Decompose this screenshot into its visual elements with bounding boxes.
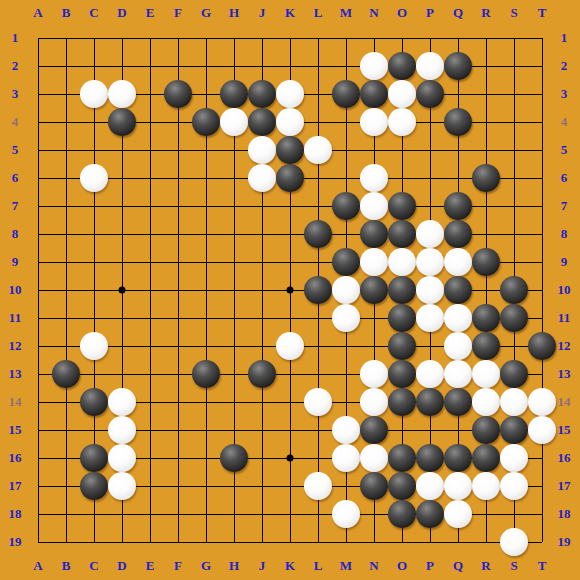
black-stone-M9[interactable]	[332, 248, 360, 276]
white-stone-P2[interactable]	[416, 52, 444, 80]
black-stone-C17[interactable]	[80, 472, 108, 500]
row-label-right-17: 17	[558, 478, 571, 494]
white-stone-T14[interactable]	[528, 388, 556, 416]
black-stone-N10[interactable]	[360, 276, 388, 304]
star-point-K10	[287, 287, 294, 294]
black-stone-T12[interactable]	[528, 332, 556, 360]
black-stone-R12[interactable]	[472, 332, 500, 360]
white-stone-S16[interactable]	[500, 444, 528, 472]
col-label-top-O: O	[397, 5, 407, 21]
white-stone-K3[interactable]	[276, 80, 304, 108]
white-stone-R13[interactable]	[472, 360, 500, 388]
black-stone-O7[interactable]	[388, 192, 416, 220]
row-label-right-7: 7	[561, 198, 568, 214]
white-stone-N16[interactable]	[360, 444, 388, 472]
black-stone-C14[interactable]	[80, 388, 108, 416]
black-stone-O14[interactable]	[388, 388, 416, 416]
white-stone-Q12[interactable]	[444, 332, 472, 360]
col-label-bottom-O: O	[397, 558, 407, 574]
black-stone-C16[interactable]	[80, 444, 108, 472]
white-stone-S14[interactable]	[500, 388, 528, 416]
white-stone-K4[interactable]	[276, 108, 304, 136]
white-stone-M11[interactable]	[332, 304, 360, 332]
black-stone-B13[interactable]	[52, 360, 80, 388]
white-stone-N7[interactable]	[360, 192, 388, 220]
col-label-bottom-E: E	[146, 558, 155, 574]
white-stone-P10[interactable]	[416, 276, 444, 304]
white-stone-J6[interactable]	[248, 164, 276, 192]
white-stone-C12[interactable]	[80, 332, 108, 360]
black-stone-M7[interactable]	[332, 192, 360, 220]
row-label-right-14: 14	[558, 394, 571, 410]
white-stone-J5[interactable]	[248, 136, 276, 164]
col-label-top-S: S	[510, 5, 517, 21]
row-label-right-2: 2	[561, 58, 568, 74]
white-stone-Q11[interactable]	[444, 304, 472, 332]
white-stone-C3[interactable]	[80, 80, 108, 108]
col-label-top-L: L	[314, 5, 323, 21]
row-label-left-10: 10	[9, 282, 22, 298]
row-label-right-5: 5	[561, 142, 568, 158]
col-label-bottom-Q: Q	[453, 558, 463, 574]
row-label-left-16: 16	[9, 450, 22, 466]
white-stone-N14[interactable]	[360, 388, 388, 416]
row-label-right-9: 9	[561, 254, 568, 270]
black-stone-O13[interactable]	[388, 360, 416, 388]
row-label-left-13: 13	[9, 366, 22, 382]
black-stone-K6[interactable]	[276, 164, 304, 192]
row-label-right-16: 16	[558, 450, 571, 466]
black-stone-Q7[interactable]	[444, 192, 472, 220]
white-stone-C6[interactable]	[80, 164, 108, 192]
white-stone-P17[interactable]	[416, 472, 444, 500]
row-label-right-18: 18	[558, 506, 571, 522]
col-label-bottom-J: J	[259, 558, 266, 574]
white-stone-H4[interactable]	[220, 108, 248, 136]
white-stone-S19[interactable]	[500, 528, 528, 556]
white-stone-N4[interactable]	[360, 108, 388, 136]
col-label-top-G: G	[201, 5, 211, 21]
white-stone-T15[interactable]	[528, 416, 556, 444]
white-stone-L5[interactable]	[304, 136, 332, 164]
black-stone-Q14[interactable]	[444, 388, 472, 416]
col-label-bottom-R: R	[481, 558, 490, 574]
col-label-bottom-C: C	[89, 558, 98, 574]
col-label-bottom-M: M	[340, 558, 352, 574]
black-stone-O2[interactable]	[388, 52, 416, 80]
black-stone-J13[interactable]	[248, 360, 276, 388]
row-label-left-17: 17	[9, 478, 22, 494]
row-label-left-1: 1	[12, 30, 19, 46]
white-stone-Q13[interactable]	[444, 360, 472, 388]
white-stone-P13[interactable]	[416, 360, 444, 388]
black-stone-Q4[interactable]	[444, 108, 472, 136]
black-stone-Q2[interactable]	[444, 52, 472, 80]
black-stone-N17[interactable]	[360, 472, 388, 500]
white-stone-N9[interactable]	[360, 248, 388, 276]
col-label-bottom-B: B	[62, 558, 71, 574]
black-stone-R11[interactable]	[472, 304, 500, 332]
col-label-top-H: H	[229, 5, 239, 21]
col-label-top-D: D	[117, 5, 126, 21]
black-stone-Q16[interactable]	[444, 444, 472, 472]
black-stone-O17[interactable]	[388, 472, 416, 500]
white-stone-Q9[interactable]	[444, 248, 472, 276]
row-label-right-11: 11	[558, 310, 570, 326]
col-label-bottom-S: S	[510, 558, 517, 574]
col-label-bottom-G: G	[201, 558, 211, 574]
black-stone-P18[interactable]	[416, 500, 444, 528]
black-stone-J4[interactable]	[248, 108, 276, 136]
col-label-top-B: B	[62, 5, 71, 21]
col-label-bottom-A: A	[33, 558, 42, 574]
row-label-left-19: 19	[9, 534, 22, 550]
row-label-left-9: 9	[12, 254, 19, 270]
col-label-top-N: N	[369, 5, 378, 21]
white-stone-O9[interactable]	[388, 248, 416, 276]
white-stone-L17[interactable]	[304, 472, 332, 500]
black-stone-K5[interactable]	[276, 136, 304, 164]
black-stone-L8[interactable]	[304, 220, 332, 248]
black-stone-N8[interactable]	[360, 220, 388, 248]
col-label-top-C: C	[89, 5, 98, 21]
row-label-left-2: 2	[12, 58, 19, 74]
row-label-right-3: 3	[561, 86, 568, 102]
black-stone-O8[interactable]	[388, 220, 416, 248]
white-stone-D14[interactable]	[108, 388, 136, 416]
col-label-top-F: F	[174, 5, 182, 21]
row-label-left-4: 4	[12, 114, 19, 130]
white-stone-D15[interactable]	[108, 416, 136, 444]
black-stone-P16[interactable]	[416, 444, 444, 472]
white-stone-Q17[interactable]	[444, 472, 472, 500]
row-label-right-10: 10	[558, 282, 571, 298]
black-stone-S13[interactable]	[500, 360, 528, 388]
col-label-bottom-K: K	[285, 558, 295, 574]
row-label-left-18: 18	[9, 506, 22, 522]
black-stone-O10[interactable]	[388, 276, 416, 304]
black-stone-R15[interactable]	[472, 416, 500, 444]
white-stone-R17[interactable]	[472, 472, 500, 500]
black-stone-N15[interactable]	[360, 416, 388, 444]
col-label-top-K: K	[285, 5, 295, 21]
white-stone-M16[interactable]	[332, 444, 360, 472]
white-stone-Q18[interactable]	[444, 500, 472, 528]
white-stone-L14[interactable]	[304, 388, 332, 416]
black-stone-H16[interactable]	[220, 444, 248, 472]
row-label-left-14: 14	[9, 394, 22, 410]
white-stone-S17[interactable]	[500, 472, 528, 500]
col-label-top-R: R	[481, 5, 490, 21]
black-stone-F3[interactable]	[164, 80, 192, 108]
col-label-top-P: P	[426, 5, 434, 21]
row-label-left-7: 7	[12, 198, 19, 214]
black-stone-S15[interactable]	[500, 416, 528, 444]
col-label-top-M: M	[340, 5, 352, 21]
white-stone-N2[interactable]	[360, 52, 388, 80]
col-label-bottom-N: N	[369, 558, 378, 574]
row-label-right-4: 4	[561, 114, 568, 130]
black-stone-O18[interactable]	[388, 500, 416, 528]
star-point-D10	[119, 287, 126, 294]
white-stone-N13[interactable]	[360, 360, 388, 388]
black-stone-O16[interactable]	[388, 444, 416, 472]
col-label-top-A: A	[33, 5, 42, 21]
row-label-left-11: 11	[9, 310, 21, 326]
white-stone-R14[interactable]	[472, 388, 500, 416]
row-label-right-8: 8	[561, 226, 568, 242]
black-stone-G4[interactable]	[192, 108, 220, 136]
black-stone-R6[interactable]	[472, 164, 500, 192]
col-label-top-Q: Q	[453, 5, 463, 21]
row-label-left-12: 12	[9, 338, 22, 354]
col-label-top-T: T	[538, 5, 547, 21]
go-board: AABBCCDDEEFFGGHHJJKKLLMMNNOOPPQQRRSSTT11…	[0, 0, 580, 580]
white-stone-D3[interactable]	[108, 80, 136, 108]
white-stone-P11[interactable]	[416, 304, 444, 332]
white-stone-D16[interactable]	[108, 444, 136, 472]
black-stone-S10[interactable]	[500, 276, 528, 304]
col-label-bottom-T: T	[538, 558, 547, 574]
white-stone-K12[interactable]	[276, 332, 304, 360]
star-point-K16	[287, 455, 294, 462]
white-stone-P8[interactable]	[416, 220, 444, 248]
row-label-right-1: 1	[561, 30, 568, 46]
col-label-bottom-H: H	[229, 558, 239, 574]
col-label-top-E: E	[146, 5, 155, 21]
row-label-right-6: 6	[561, 170, 568, 186]
row-label-right-12: 12	[558, 338, 571, 354]
black-stone-P14[interactable]	[416, 388, 444, 416]
row-label-left-6: 6	[12, 170, 19, 186]
row-label-left-8: 8	[12, 226, 19, 242]
row-label-right-19: 19	[558, 534, 571, 550]
row-label-left-15: 15	[9, 422, 22, 438]
col-label-bottom-P: P	[426, 558, 434, 574]
black-stone-D4[interactable]	[108, 108, 136, 136]
black-stone-O12[interactable]	[388, 332, 416, 360]
white-stone-M15[interactable]	[332, 416, 360, 444]
white-stone-M18[interactable]	[332, 500, 360, 528]
col-label-bottom-F: F	[174, 558, 182, 574]
col-label-bottom-D: D	[117, 558, 126, 574]
black-stone-R9[interactable]	[472, 248, 500, 276]
black-stone-Q10[interactable]	[444, 276, 472, 304]
black-stone-R16[interactable]	[472, 444, 500, 472]
black-stone-P3[interactable]	[416, 80, 444, 108]
row-label-left-3: 3	[12, 86, 19, 102]
row-label-right-15: 15	[558, 422, 571, 438]
white-stone-P9[interactable]	[416, 248, 444, 276]
col-label-bottom-L: L	[314, 558, 323, 574]
black-stone-G13[interactable]	[192, 360, 220, 388]
white-stone-D17[interactable]	[108, 472, 136, 500]
row-label-left-5: 5	[12, 142, 19, 158]
col-label-top-J: J	[259, 5, 266, 21]
white-stone-M10[interactable]	[332, 276, 360, 304]
white-stone-O3[interactable]	[388, 80, 416, 108]
black-stone-N3[interactable]	[360, 80, 388, 108]
white-stone-N6[interactable]	[360, 164, 388, 192]
black-stone-H3[interactable]	[220, 80, 248, 108]
black-stone-J3[interactable]	[248, 80, 276, 108]
row-label-right-13: 13	[558, 366, 571, 382]
black-stone-M3[interactable]	[332, 80, 360, 108]
black-stone-L10[interactable]	[304, 276, 332, 304]
white-stone-O4[interactable]	[388, 108, 416, 136]
black-stone-Q8[interactable]	[444, 220, 472, 248]
black-stone-S11[interactable]	[500, 304, 528, 332]
black-stone-O11[interactable]	[388, 304, 416, 332]
